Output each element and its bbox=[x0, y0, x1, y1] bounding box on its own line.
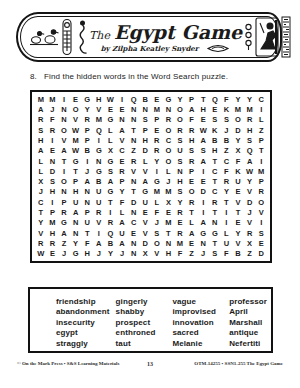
grid-cell-r2-c10: N bbox=[139, 104, 151, 114]
grid-cell-r2-c17: K bbox=[221, 104, 233, 114]
word-item: professor bbox=[229, 297, 267, 307]
word-item: April bbox=[229, 307, 267, 317]
grid-cell-r12-c2: P bbox=[47, 207, 59, 217]
cartouche-inner: TheEgypt Game by Zilpha Keatley Snyder bbox=[20, 16, 278, 58]
grid-cell-r15-c7: B bbox=[105, 238, 117, 248]
grid-cell-r5-c5: P bbox=[81, 135, 93, 145]
word-list: friendshipabandonmentinsecurityegyptstra… bbox=[28, 287, 273, 353]
grid-cell-r14-c10: V bbox=[139, 228, 151, 238]
grid-cell-r1-c8: I bbox=[116, 94, 128, 104]
grid-cell-r1-c12: G bbox=[163, 94, 175, 104]
grid-cell-r10-c16: C bbox=[209, 187, 221, 197]
grid-cell-r10-c7: G bbox=[105, 187, 117, 197]
hieroglyph-strip-icon bbox=[281, 16, 291, 58]
grid-cell-r15-c12: N bbox=[163, 238, 175, 248]
grid-cell-r7-c6: N bbox=[93, 156, 105, 166]
grid-cell-r7-c5: I bbox=[81, 156, 93, 166]
grid-cell-r11-c10: U bbox=[139, 197, 151, 207]
grid-cell-r15-c17: U bbox=[221, 238, 233, 248]
grid-cell-r9-c8: P bbox=[116, 177, 128, 187]
grid-cell-r8-c2: D bbox=[47, 166, 59, 176]
grid-cell-r11-c2: I bbox=[47, 197, 59, 207]
grid-cell-r7-c19: A bbox=[244, 156, 256, 166]
grid-cell-r2-c7: E bbox=[105, 104, 117, 114]
grid-cell-r12-c17: I bbox=[221, 207, 233, 217]
grid-cell-r9-c17: R bbox=[221, 177, 233, 187]
grid-cell-r5-c11: R bbox=[151, 135, 163, 145]
grid-cell-r8-c5: J bbox=[81, 166, 93, 176]
grid-cell-r13-c13: E bbox=[174, 218, 186, 228]
grid-cell-r7-c8: E bbox=[116, 156, 128, 166]
grid-cell-r6-c5: B bbox=[81, 146, 93, 156]
grid-cell-r6-c20: T bbox=[255, 146, 267, 156]
grid-cell-r8-c6: G bbox=[93, 166, 105, 176]
grid-cell-r9-c4: P bbox=[70, 177, 82, 187]
grid-cell-r11-c15: I bbox=[197, 197, 209, 207]
grid-cell-r13-c12: M bbox=[163, 218, 175, 228]
grid-cell-r9-c10: A bbox=[139, 177, 151, 187]
grid-cell-r14-c19: R bbox=[244, 228, 256, 238]
grid-cell-r11-c20: O bbox=[255, 197, 267, 207]
grid-cell-r16-c18: B bbox=[232, 249, 244, 259]
grid-cell-r15-c4: Y bbox=[70, 238, 82, 248]
grid-cell-r16-c14: Z bbox=[186, 249, 198, 259]
grid-cell-r12-c16: T bbox=[209, 207, 221, 217]
cartouche-banner: TheEgypt Game by Zilpha Keatley Snyder bbox=[16, 12, 282, 62]
grid-cell-r1-c1: M bbox=[35, 94, 47, 104]
grid-cell-r4-c15: W bbox=[197, 125, 209, 135]
grid-cell-r6-c13: U bbox=[174, 146, 186, 156]
grid-cell-r2-c20: I bbox=[255, 104, 267, 114]
grid-cell-r11-c3: P bbox=[58, 197, 70, 207]
grid-cell-r13-c10: V bbox=[139, 218, 151, 228]
grid-cell-r7-c1: L bbox=[35, 156, 47, 166]
grid-cell-r1-c7: W bbox=[105, 94, 117, 104]
grid-cell-r16-c11: V bbox=[151, 249, 163, 259]
grid-cell-r4-c17: J bbox=[221, 125, 233, 135]
grid-cell-r15-c13: M bbox=[174, 238, 186, 248]
grid-cell-r10-c11: M bbox=[151, 187, 163, 197]
grid-cell-r9-c15: E bbox=[197, 177, 209, 187]
word-item: insecurity bbox=[56, 318, 116, 328]
word-item: vague bbox=[172, 297, 229, 307]
word-item: improvised bbox=[172, 307, 229, 317]
grid-cell-r8-c1: L bbox=[35, 166, 47, 176]
grid-cell-r15-c5: F bbox=[81, 238, 93, 248]
grid-cell-r3-c18: O bbox=[232, 115, 244, 125]
grid-cell-r1-c20: C bbox=[255, 94, 267, 104]
grid-cell-r6-c16: H bbox=[209, 146, 221, 156]
grid-cell-r3-c12: R bbox=[163, 115, 175, 125]
grid-cell-r7-c18: F bbox=[232, 156, 244, 166]
grid-cell-r4-c20: Z bbox=[255, 125, 267, 135]
grid-cell-r16-c17: F bbox=[221, 249, 233, 259]
grid-cell-r11-c19: D bbox=[244, 197, 256, 207]
grid-cell-r5-c13: S bbox=[174, 135, 186, 145]
grid-cell-r11-c18: V bbox=[232, 197, 244, 207]
grid-cell-r3-c6: M bbox=[93, 115, 105, 125]
grid-cell-r15-c18: V bbox=[232, 238, 244, 248]
grid-cell-r4-c5: P bbox=[81, 125, 93, 135]
grid-cell-r3-c5: R bbox=[81, 115, 93, 125]
grid-cell-r14-c18: Y bbox=[232, 228, 244, 238]
grid-cell-r5-c15: A bbox=[197, 135, 209, 145]
grid-cell-r6-c2: E bbox=[47, 146, 59, 156]
grid-cell-r13-c16: N bbox=[209, 218, 221, 228]
grid-cell-r12-c6: R bbox=[93, 207, 105, 217]
grid-cell-r15-c10: D bbox=[139, 238, 151, 248]
grid-cell-r5-c4: M bbox=[70, 135, 82, 145]
grid-cell-r13-c14: L bbox=[186, 218, 198, 228]
word-item: prospect bbox=[116, 318, 173, 328]
grid-cell-r16-c20: D bbox=[255, 249, 267, 259]
grid-cell-r5-c16: B bbox=[209, 135, 221, 145]
ducks-hieroglyph-icon bbox=[29, 26, 59, 48]
grid-cell-r2-c19: M bbox=[244, 104, 256, 114]
grid-cell-r7-c17: C bbox=[221, 156, 233, 166]
grid-cell-r3-c10: S bbox=[139, 115, 151, 125]
grid-cell-r4-c12: O bbox=[163, 125, 175, 135]
grid-cell-r7-c4: G bbox=[70, 156, 82, 166]
grid-cell-r16-c4: G bbox=[70, 249, 82, 259]
grid-cell-r10-c13: S bbox=[174, 187, 186, 197]
grid-cell-r16-c15: J bbox=[197, 249, 209, 259]
grid-cell-r6-c19: Q bbox=[244, 146, 256, 156]
grid-cell-r5-c19: S bbox=[244, 135, 256, 145]
grid-cell-r3-c20: L bbox=[255, 115, 267, 125]
grid-cell-r14-c8: U bbox=[116, 228, 128, 238]
grid-cell-r6-c4: W bbox=[70, 146, 82, 156]
grid-cell-r7-c12: O bbox=[163, 156, 175, 166]
grid-cell-r1-c4: E bbox=[70, 94, 82, 104]
grid-cell-r8-c7: S bbox=[105, 166, 117, 176]
grid-cell-r2-c16: E bbox=[209, 104, 221, 114]
word-list-column-3: vagueimprovisedinnovationsacredMelanie bbox=[172, 297, 229, 351]
grid-cell-r12-c19: J bbox=[244, 207, 256, 217]
grid-cell-r9-c18: U bbox=[232, 177, 244, 187]
grid-cell-r2-c13: O bbox=[174, 104, 186, 114]
grid-cell-r6-c11: R bbox=[151, 146, 163, 156]
grid-cell-r1-c16: Q bbox=[209, 94, 221, 104]
grid-cell-r9-c16: T bbox=[209, 177, 221, 187]
grid-cell-r12-c15: I bbox=[197, 207, 209, 217]
grid-cell-r6-c14: S bbox=[186, 146, 198, 156]
grid-cell-r5-c2: I bbox=[47, 135, 59, 145]
grid-cell-r6-c3: A bbox=[58, 146, 70, 156]
grid-cell-r1-c17: F bbox=[221, 94, 233, 104]
grid-cell-r8-c10: V bbox=[139, 166, 151, 176]
grid-cell-r2-c3: N bbox=[58, 104, 70, 114]
word-item: shabby bbox=[116, 307, 173, 317]
grid-cell-r12-c13: R bbox=[174, 207, 186, 217]
grid-cell-r10-c1: J bbox=[35, 187, 47, 197]
grid-cell-r12-c5: P bbox=[81, 207, 93, 217]
grid-cell-r14-c17: L bbox=[221, 228, 233, 238]
grid-cell-r9-c20: P bbox=[255, 177, 267, 187]
grid-cell-r4-c2: R bbox=[47, 125, 59, 135]
grid-cell-r11-c13: Y bbox=[174, 197, 186, 207]
grid-cell-r13-c17: I bbox=[221, 218, 233, 228]
grid-cell-r12-c7: I bbox=[105, 207, 117, 217]
grid-cell-r1-c14: P bbox=[186, 94, 198, 104]
grid-cell-r2-c9: N bbox=[128, 104, 140, 114]
grid-cell-r7-c15: A bbox=[197, 156, 209, 166]
grid-cell-r14-c14: A bbox=[186, 228, 198, 238]
grid-cell-r13-c15: A bbox=[197, 218, 209, 228]
grid-cell-r14-c13: R bbox=[174, 228, 186, 238]
question-number: 8. bbox=[30, 72, 37, 81]
grid-cell-r5-c8: V bbox=[116, 135, 128, 145]
grid-cell-r1-c15: T bbox=[197, 94, 209, 104]
grid-cell-r15-c15: N bbox=[197, 238, 209, 248]
grid-cell-r5-c17: B bbox=[221, 135, 233, 145]
grid-cell-r3-c7: G bbox=[105, 115, 117, 125]
grid-cell-r10-c10: G bbox=[139, 187, 151, 197]
grid-cell-r3-c9: N bbox=[128, 115, 140, 125]
instruction-line: 8.Find the hidden words in the Word Sear… bbox=[30, 72, 228, 81]
grid-cell-r9-c14: E bbox=[186, 177, 198, 187]
grid-cell-r14-c20: S bbox=[255, 228, 267, 238]
grid-cell-r16-c5: H bbox=[81, 249, 93, 259]
grid-cell-r13-c8: A bbox=[116, 218, 128, 228]
grid-cell-r2-c5: Y bbox=[81, 104, 93, 114]
grid-cell-r4-c1: S bbox=[35, 125, 47, 135]
grid-cell-r12-c9: N bbox=[128, 207, 140, 217]
grid-cell-r12-c11: F bbox=[151, 207, 163, 217]
grid-cell-r4-c13: R bbox=[174, 125, 186, 135]
grid-cell-r15-c19: X bbox=[244, 238, 256, 248]
grid-cell-r7-c2: N bbox=[47, 156, 59, 166]
grid-cell-r2-c15: H bbox=[197, 104, 209, 114]
grid-cell-r15-c1: R bbox=[35, 238, 47, 248]
grid-cell-r11-c7: T bbox=[105, 197, 117, 207]
grid-cell-r1-c5: G bbox=[81, 94, 93, 104]
grid-cell-r10-c20: R bbox=[255, 187, 267, 197]
grid-cell-r13-c11: J bbox=[151, 218, 163, 228]
grid-cell-r11-c14: R bbox=[186, 197, 198, 207]
grid-cell-r10-c3: N bbox=[58, 187, 70, 197]
grid-cell-r16-c16: S bbox=[209, 249, 221, 259]
grid-cell-r14-c16: G bbox=[209, 228, 221, 238]
grid-cell-r15-c6: A bbox=[93, 238, 105, 248]
grid-cell-r8-c12: L bbox=[163, 166, 175, 176]
grid-cell-r4-c10: P bbox=[139, 125, 151, 135]
grid-cell-r15-c3: Z bbox=[58, 238, 70, 248]
grid-cell-r16-c1: W bbox=[35, 249, 47, 259]
grid-cell-r13-c1: Y bbox=[35, 218, 47, 228]
grid-cell-r16-c13: F bbox=[174, 249, 186, 259]
grid-cell-r3-c4: V bbox=[70, 115, 82, 125]
grid-cell-r3-c3: N bbox=[58, 115, 70, 125]
grid-cell-r1-c6: H bbox=[93, 94, 105, 104]
grid-cell-r14-c9: E bbox=[128, 228, 140, 238]
grid-cell-r8-c8: R bbox=[116, 166, 128, 176]
word-item: taut bbox=[116, 339, 173, 349]
word-item: egypt bbox=[56, 328, 116, 338]
word-item: friendship bbox=[56, 297, 116, 307]
grid-cell-r13-c2: M bbox=[47, 218, 59, 228]
grid-cell-r15-c9: N bbox=[128, 238, 140, 248]
word-item: Melanie bbox=[172, 339, 229, 349]
snake-hieroglyph-icon bbox=[75, 20, 87, 54]
grid-cell-r3-c2: F bbox=[47, 115, 59, 125]
grid-cell-r7-c14: R bbox=[186, 156, 198, 166]
grid-cell-r16-c6: J bbox=[93, 249, 105, 259]
word-item: enthroned bbox=[116, 328, 173, 338]
grid-cell-r12-c4: A bbox=[70, 207, 82, 217]
title-prefix: The bbox=[89, 29, 110, 42]
grid-cell-r3-c13: O bbox=[174, 115, 186, 125]
page-footer: © On the Mark Press • S&S Learning Mater… bbox=[0, 361, 300, 371]
grid-cell-r16-c19: Z bbox=[244, 249, 256, 259]
grid-cell-r2-c11: M bbox=[151, 104, 163, 114]
grid-cell-r9-c3: O bbox=[58, 177, 70, 187]
grid-cell-r8-c19: W bbox=[244, 166, 256, 176]
grid-cell-r5-c10: H bbox=[139, 135, 151, 145]
grid-cell-r4-c11: E bbox=[151, 125, 163, 135]
grid-cell-r6-c12: O bbox=[163, 146, 175, 156]
grid-cell-r8-c18: K bbox=[232, 166, 244, 176]
grid-cell-r3-c1: R bbox=[35, 115, 47, 125]
grid-cell-r6-c1: A bbox=[35, 146, 47, 156]
grid-cell-r1-c10: B bbox=[139, 94, 151, 104]
grid-cell-r13-c6: V bbox=[93, 218, 105, 228]
grid-cell-r6-c17: Z bbox=[221, 146, 233, 156]
grid-cell-r2-c1: A bbox=[35, 104, 47, 114]
grid-cell-r2-c14: A bbox=[186, 104, 198, 114]
grid-cell-r8-c9: V bbox=[128, 166, 140, 176]
grid-cell-r10-c6: U bbox=[93, 187, 105, 197]
grid-cell-r7-c3: T bbox=[58, 156, 70, 166]
grid-cell-r1-c11: E bbox=[151, 94, 163, 104]
grid-cell-r16-c3: J bbox=[58, 249, 70, 259]
grid-cell-r11-c4: U bbox=[70, 197, 82, 207]
grid-cell-r14-c6: I bbox=[93, 228, 105, 238]
grid-cell-r14-c1: V bbox=[35, 228, 47, 238]
grid-cell-r6-c6: G bbox=[93, 146, 105, 156]
grid-cell-r7-c9: R bbox=[128, 156, 140, 166]
grid-cell-r4-c6: Q bbox=[93, 125, 105, 135]
grid-cell-r14-c15: G bbox=[197, 228, 209, 238]
grid-cell-r9-c9: N bbox=[128, 177, 140, 187]
grid-cell-r14-c2: H bbox=[47, 228, 59, 238]
grid-cell-r14-c4: N bbox=[70, 228, 82, 238]
grid-cell-r8-c14: P bbox=[186, 166, 198, 176]
grid-cell-r4-c8: A bbox=[116, 125, 128, 135]
word-item: straggly bbox=[56, 339, 116, 349]
grid-cell-r16-c12: H bbox=[163, 249, 175, 259]
grid-cell-r3-c16: S bbox=[209, 115, 221, 125]
grid-cell-r4-c3: O bbox=[58, 125, 70, 135]
grid-cell-r1-c13: Y bbox=[174, 94, 186, 104]
grid-cell-r3-c19: R bbox=[244, 115, 256, 125]
grid-cell-r6-c10: D bbox=[139, 146, 151, 156]
grid-cell-r5-c20: P bbox=[255, 135, 267, 145]
grid-cell-r10-c17: Y bbox=[221, 187, 233, 197]
grid-cell-r13-c5: U bbox=[81, 218, 93, 228]
grid-cell-r2-c6: V bbox=[93, 104, 105, 114]
grid-cell-r14-c12: T bbox=[163, 228, 175, 238]
grid-cell-r5-c1: H bbox=[35, 135, 47, 145]
word-item: Nefertiti bbox=[229, 339, 267, 349]
grid-cell-r15-c8: A bbox=[116, 238, 128, 248]
grid-cell-r10-c9: T bbox=[128, 187, 140, 197]
grid-cell-r4-c9: T bbox=[128, 125, 140, 135]
grid-cell-r7-c11: Y bbox=[151, 156, 163, 166]
word-item: Marshall bbox=[229, 318, 267, 328]
grid-cell-r7-c10: L bbox=[139, 156, 151, 166]
grid-cell-r16-c10: X bbox=[139, 249, 151, 259]
grid-cell-r1-c2: M bbox=[47, 94, 59, 104]
grid-cell-r3-c15: E bbox=[197, 115, 209, 125]
grid-cell-r7-c20: I bbox=[255, 156, 267, 166]
grid-cell-r8-c11: I bbox=[151, 166, 163, 176]
grid-cell-r16-c2: E bbox=[47, 249, 59, 259]
grid-cell-r7-c16: T bbox=[209, 156, 221, 166]
title-main: Egypt Game bbox=[114, 21, 242, 43]
grid-cell-r9-c19: Y bbox=[244, 177, 256, 187]
grid-cell-r9-c2: S bbox=[47, 177, 59, 187]
grid-cell-r2-c4: O bbox=[70, 104, 82, 114]
grid-cell-r5-c9: N bbox=[128, 135, 140, 145]
worksheet-page: TheEgypt Game by Zilpha Keatley Snyder bbox=[0, 0, 300, 388]
grid-cell-r2-c8: E bbox=[116, 104, 128, 114]
grid-cell-r5-c6: I bbox=[93, 135, 105, 145]
grid-cell-r6-c15: S bbox=[197, 146, 209, 156]
grid-cell-r14-c7: Q bbox=[105, 228, 117, 238]
word-list-column-4: professorAprilMarshallantiqueNefertiti bbox=[229, 297, 267, 351]
grid-cell-r9-c11: G bbox=[151, 177, 163, 187]
grid-cell-r5-c7: L bbox=[105, 135, 117, 145]
grid-cell-r7-c7: G bbox=[105, 156, 117, 166]
byline: by Zilpha Keatley Snyder bbox=[101, 45, 199, 52]
grid-cell-r13-c9: C bbox=[128, 218, 140, 228]
grid-cell-r6-c9: Z bbox=[128, 146, 140, 156]
grid-cell-r14-c3: A bbox=[58, 228, 70, 238]
grid-cell-r12-c12: E bbox=[163, 207, 175, 217]
grid-cell-r9-c7: A bbox=[105, 177, 117, 187]
grid-cell-r8-c4: T bbox=[70, 166, 82, 176]
grid-cell-r15-c11: O bbox=[151, 238, 163, 248]
grid-cell-r1-c3: I bbox=[58, 94, 70, 104]
grid-cell-r10-c8: Y bbox=[116, 187, 128, 197]
grid-cell-r11-c5: N bbox=[81, 197, 93, 207]
word-item: antique bbox=[229, 328, 267, 338]
grid-cell-r9-c5: A bbox=[81, 177, 93, 187]
grid-cell-r1-c9: Q bbox=[128, 94, 140, 104]
grid-cell-r2-c12: N bbox=[163, 104, 175, 114]
grid-cell-r4-c16: K bbox=[209, 125, 221, 135]
grid-cell-r12-c20: V bbox=[255, 207, 267, 217]
grid-cell-r10-c18: E bbox=[232, 187, 244, 197]
grid-cell-r15-c20: E bbox=[255, 238, 267, 248]
grid-cell-r8-c3: I bbox=[58, 166, 70, 176]
grid-cell-r11-c11: L bbox=[151, 197, 163, 207]
grid-cell-r12-c18: T bbox=[232, 207, 244, 217]
grid-cell-r3-c14: F bbox=[186, 115, 198, 125]
grid-cell-r11-c17: T bbox=[221, 197, 233, 207]
page-title: TheEgypt Game bbox=[89, 23, 242, 42]
grid-cell-r8-c16: C bbox=[209, 166, 221, 176]
grid-cell-r11-c16: R bbox=[209, 197, 221, 207]
grid-cell-r5-c3: V bbox=[58, 135, 70, 145]
grid-cell-r14-c5: T bbox=[81, 228, 93, 238]
grid-cell-r10-c14: O bbox=[186, 187, 198, 197]
word-list-column-2: gingerlyshabbyprospectenthronedtaut bbox=[116, 297, 173, 351]
word-list-column-1: friendshipabandonmentinsecurityegyptstra… bbox=[56, 297, 116, 351]
grid-cell-r3-c8: N bbox=[116, 115, 128, 125]
grid-cell-r12-c8: L bbox=[116, 207, 128, 217]
